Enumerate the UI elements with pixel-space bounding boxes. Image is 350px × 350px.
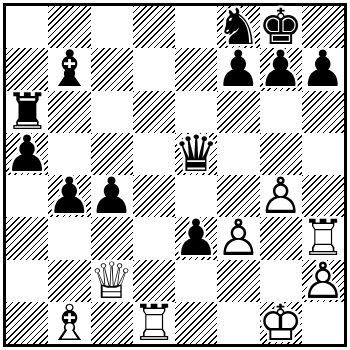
square-h1[interactable]: [302, 302, 344, 344]
black-pawn-h7: ♟: [302, 48, 344, 90]
square-g7[interactable]: ♟: [260, 48, 302, 90]
square-c6[interactable]: [91, 91, 133, 133]
black-pawn-g7: ♟: [260, 48, 302, 90]
black-bishop-b7: ♝: [48, 48, 90, 90]
white-pawn-g4: ♟♙: [260, 175, 302, 217]
square-f5[interactable]: [217, 133, 259, 175]
square-a4[interactable]: [6, 175, 48, 217]
square-h5[interactable]: [302, 133, 344, 175]
square-c4[interactable]: ♟: [91, 175, 133, 217]
square-a2[interactable]: [6, 260, 48, 302]
white-bishop-b1: ♝♗: [48, 302, 90, 344]
square-a5[interactable]: ♟: [6, 133, 48, 175]
black-queen-e5: ♛: [175, 133, 217, 175]
square-g1[interactable]: ♚♔: [260, 302, 302, 344]
white-pawn-h2: ♟♙: [302, 260, 344, 302]
square-b7[interactable]: ♝: [48, 48, 90, 90]
square-g6[interactable]: [260, 91, 302, 133]
square-b6[interactable]: [48, 91, 90, 133]
square-d4[interactable]: [133, 175, 175, 217]
square-f2[interactable]: [217, 260, 259, 302]
white-queen-c2: ♛♕: [91, 260, 133, 302]
square-h7[interactable]: ♟: [302, 48, 344, 90]
square-c2[interactable]: ♛♕: [91, 260, 133, 302]
black-pawn-e3: ♟: [175, 217, 217, 259]
square-h6[interactable]: [302, 91, 344, 133]
black-pawn-b4: ♟: [48, 175, 90, 217]
square-d3[interactable]: [133, 217, 175, 259]
square-b1[interactable]: ♝♗: [48, 302, 90, 344]
square-c7[interactable]: [91, 48, 133, 90]
square-f6[interactable]: [217, 91, 259, 133]
square-d6[interactable]: [133, 91, 175, 133]
black-pawn-c4: ♟: [91, 175, 133, 217]
square-a3[interactable]: [6, 217, 48, 259]
square-e2[interactable]: [175, 260, 217, 302]
square-e5[interactable]: ♛: [175, 133, 217, 175]
square-c8[interactable]: [91, 6, 133, 48]
square-b3[interactable]: [48, 217, 90, 259]
white-rook-d1: ♜♖: [133, 302, 175, 344]
square-e1[interactable]: [175, 302, 217, 344]
square-g4[interactable]: ♟♙: [260, 175, 302, 217]
white-king-g1: ♚♔: [260, 302, 302, 344]
square-b4[interactable]: ♟: [48, 175, 90, 217]
square-d1[interactable]: ♜♖: [133, 302, 175, 344]
square-f7[interactable]: ♟: [217, 48, 259, 90]
square-g3[interactable]: [260, 217, 302, 259]
square-d8[interactable]: [133, 6, 175, 48]
square-d5[interactable]: [133, 133, 175, 175]
black-pawn-a5: ♟: [6, 133, 48, 175]
square-e7[interactable]: [175, 48, 217, 90]
square-d7[interactable]: [133, 48, 175, 90]
square-c1[interactable]: [91, 302, 133, 344]
square-h2[interactable]: ♟♙: [302, 260, 344, 302]
square-f3[interactable]: ♟♙: [217, 217, 259, 259]
square-e3[interactable]: ♟: [175, 217, 217, 259]
square-a1[interactable]: [6, 302, 48, 344]
chess-board: ♞♚♝♟♟♟♜♟♛♟♟♟♙♟♟♙♜♖♛♕♟♙♝♗♜♖♚♔: [3, 3, 347, 347]
square-f1[interactable]: [217, 302, 259, 344]
white-pawn-f3: ♟♙: [217, 217, 259, 259]
square-e8[interactable]: [175, 6, 217, 48]
black-pawn-f7: ♟: [217, 48, 259, 90]
chess-diagram: ♞♚♝♟♟♟♜♟♛♟♟♟♙♟♟♙♜♖♛♕♟♙♝♗♜♖♚♔: [0, 0, 350, 350]
square-a8[interactable]: [6, 6, 48, 48]
